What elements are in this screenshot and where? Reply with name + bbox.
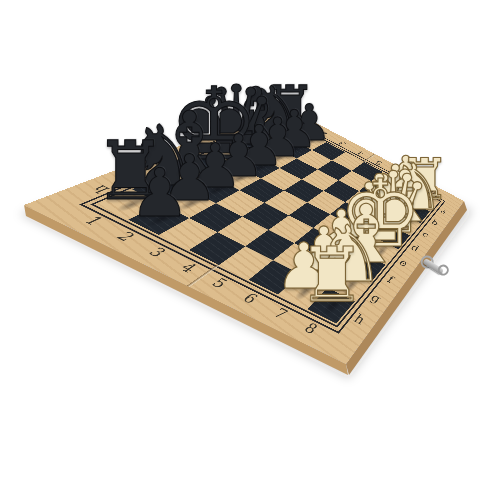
product-photo: 1122334455667788hhggffeeddccbbaa ♜♞♝♚♛♝♞… [0,0,500,500]
piece-white-rook-h8: ♜ [298,238,366,313]
rank-label-far-3: 3 [336,140,348,147]
rank-label-near-3: 3 [144,245,171,260]
piece-black-pawn-h2: ♟ [130,160,190,227]
rank-label-near-7: 7 [270,305,291,322]
rank-label-near-5: 5 [208,275,232,291]
rank-label-near-4: 4 [176,260,201,275]
rank-label-near-8: 8 [301,320,321,337]
rank-label-near-6: 6 [239,290,262,306]
